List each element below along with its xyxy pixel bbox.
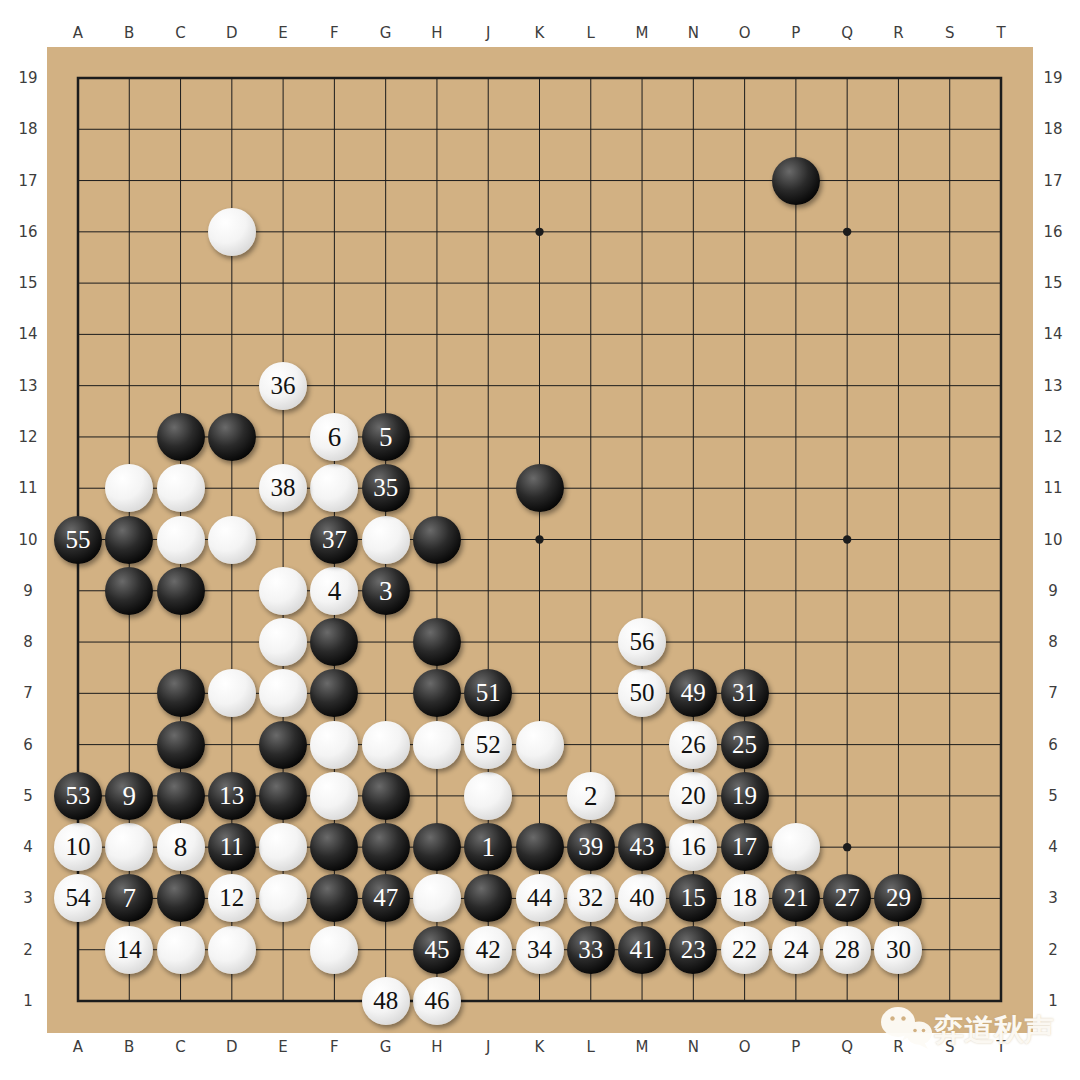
- stone-C9: [157, 567, 205, 615]
- row-label-right-8: 8: [1035, 633, 1071, 651]
- stone-D4-move-11: 11: [208, 823, 256, 871]
- move-number: 39: [567, 823, 615, 871]
- row-label-left-14: 14: [10, 325, 46, 343]
- stone-C11: [157, 464, 205, 512]
- stone-A3-move-54: 54: [54, 874, 102, 922]
- row-label-right-6: 6: [1035, 736, 1071, 754]
- stone-O5-move-19: 19: [721, 772, 769, 820]
- move-number: 54: [54, 874, 102, 922]
- stone-D10: [208, 516, 256, 564]
- move-number: 40: [618, 874, 666, 922]
- move-number: 5: [362, 413, 410, 461]
- stone-H1-move-46: 46: [413, 977, 461, 1025]
- stone-G6: [362, 721, 410, 769]
- stone-G5: [362, 772, 410, 820]
- column-label-bottom-N: N: [675, 1038, 711, 1056]
- stone-G4: [362, 823, 410, 871]
- stone-J6-move-52: 52: [464, 721, 512, 769]
- stone-F5: [310, 772, 358, 820]
- row-label-left-6: 6: [10, 736, 46, 754]
- row-label-right-16: 16: [1035, 223, 1071, 241]
- stone-D5-move-13: 13: [208, 772, 256, 820]
- move-number: 47: [362, 874, 410, 922]
- row-label-right-19: 19: [1035, 69, 1071, 87]
- move-number: 33: [567, 926, 615, 974]
- move-number: 4: [310, 567, 358, 615]
- stone-A4-move-10: 10: [54, 823, 102, 871]
- row-label-right-2: 2: [1035, 941, 1071, 959]
- move-number: 38: [259, 464, 307, 512]
- stone-A10-move-55: 55: [54, 516, 102, 564]
- column-label-bottom-C: C: [163, 1038, 199, 1056]
- stone-N7-move-49: 49: [669, 669, 717, 717]
- stone-F12-move-6: 6: [310, 413, 358, 461]
- move-number: 41: [618, 926, 666, 974]
- stone-O2-move-22: 22: [721, 926, 769, 974]
- stone-B2-move-14: 14: [105, 926, 153, 974]
- stone-B9: [105, 567, 153, 615]
- row-label-right-11: 11: [1035, 479, 1071, 497]
- row-label-left-12: 12: [10, 428, 46, 446]
- move-number: 37: [310, 516, 358, 564]
- column-label-bottom-G: G: [368, 1038, 404, 1056]
- move-number: 21: [772, 874, 820, 922]
- row-label-left-1: 1: [10, 992, 46, 1010]
- row-label-right-10: 10: [1035, 531, 1071, 549]
- column-label-top-K: K: [522, 24, 558, 42]
- column-label-bottom-M: M: [624, 1038, 660, 1056]
- move-number: 12: [208, 874, 256, 922]
- stone-J4-move-1: 1: [464, 823, 512, 871]
- stone-H7: [413, 669, 461, 717]
- row-label-left-19: 19: [10, 69, 46, 87]
- move-number: 6: [310, 413, 358, 461]
- stone-C12: [157, 413, 205, 461]
- move-number: 34: [516, 926, 564, 974]
- stone-L4-move-39: 39: [567, 823, 615, 871]
- stone-O7-move-31: 31: [721, 669, 769, 717]
- move-number: 52: [464, 721, 512, 769]
- column-label-top-P: P: [778, 24, 814, 42]
- stone-H4: [413, 823, 461, 871]
- move-number: 29: [874, 874, 922, 922]
- stone-P17: [772, 157, 820, 205]
- stone-C6: [157, 721, 205, 769]
- move-number: 50: [618, 669, 666, 717]
- row-label-right-18: 18: [1035, 120, 1071, 138]
- column-label-bottom-A: A: [60, 1038, 96, 1056]
- column-label-top-C: C: [163, 24, 199, 42]
- row-label-right-9: 9: [1035, 582, 1071, 600]
- stone-F6: [310, 721, 358, 769]
- column-label-top-J: J: [470, 24, 506, 42]
- column-label-top-A: A: [60, 24, 96, 42]
- move-number: 44: [516, 874, 564, 922]
- row-label-left-7: 7: [10, 684, 46, 702]
- column-label-bottom-L: L: [573, 1038, 609, 1056]
- stone-H6: [413, 721, 461, 769]
- row-label-left-10: 10: [10, 531, 46, 549]
- move-number: 10: [54, 823, 102, 871]
- stone-Q3-move-27: 27: [823, 874, 871, 922]
- row-label-right-13: 13: [1035, 377, 1071, 395]
- move-number: 27: [823, 874, 871, 922]
- stone-E11-move-38: 38: [259, 464, 307, 512]
- stone-H10: [413, 516, 461, 564]
- stone-K11: [516, 464, 564, 512]
- column-label-top-L: L: [573, 24, 609, 42]
- stone-L3-move-32: 32: [567, 874, 615, 922]
- stone-N5-move-20: 20: [669, 772, 717, 820]
- move-number: 7: [105, 874, 153, 922]
- move-number: 9: [105, 772, 153, 820]
- stone-L5-move-2: 2: [567, 772, 615, 820]
- move-number: 11: [208, 823, 256, 871]
- move-number: 51: [464, 669, 512, 717]
- stone-N3-move-15: 15: [669, 874, 717, 922]
- move-number: 28: [823, 926, 871, 974]
- stone-G10: [362, 516, 410, 564]
- column-label-top-F: F: [316, 24, 352, 42]
- move-number: 53: [54, 772, 102, 820]
- row-label-left-3: 3: [10, 889, 46, 907]
- column-label-top-E: E: [265, 24, 301, 42]
- column-label-top-M: M: [624, 24, 660, 42]
- move-number: 46: [413, 977, 461, 1025]
- row-label-left-2: 2: [10, 941, 46, 959]
- stone-D7: [208, 669, 256, 717]
- column-label-bottom-Q: Q: [829, 1038, 865, 1056]
- column-label-bottom-K: K: [522, 1038, 558, 1056]
- move-number: 30: [874, 926, 922, 974]
- stone-C2: [157, 926, 205, 974]
- column-label-top-O: O: [727, 24, 763, 42]
- column-label-bottom-H: H: [419, 1038, 455, 1056]
- stone-R2-move-30: 30: [874, 926, 922, 974]
- move-number: 25: [721, 721, 769, 769]
- stone-E8: [259, 618, 307, 666]
- stone-O4-move-17: 17: [721, 823, 769, 871]
- stone-Q2-move-28: 28: [823, 926, 871, 974]
- stone-O6-move-25: 25: [721, 721, 769, 769]
- stone-H8: [413, 618, 461, 666]
- move-number: 14: [105, 926, 153, 974]
- row-label-right-14: 14: [1035, 325, 1071, 343]
- stone-B3-move-7: 7: [105, 874, 153, 922]
- row-label-left-15: 15: [10, 274, 46, 292]
- column-label-bottom-D: D: [214, 1038, 250, 1056]
- row-label-right-12: 12: [1035, 428, 1071, 446]
- column-label-top-N: N: [675, 24, 711, 42]
- stone-K2-move-34: 34: [516, 926, 564, 974]
- column-label-top-Q: Q: [829, 24, 865, 42]
- page: AABBCCDDEEFFGGHHJJKKLLMMNNOOPPQQRRSSTT19…: [0, 0, 1080, 1080]
- stone-B10: [105, 516, 153, 564]
- move-number: 13: [208, 772, 256, 820]
- move-number: 16: [669, 823, 717, 871]
- stone-N6-move-26: 26: [669, 721, 717, 769]
- stone-F2: [310, 926, 358, 974]
- stone-M2-move-41: 41: [618, 926, 666, 974]
- move-number: 26: [669, 721, 717, 769]
- stone-M7-move-50: 50: [618, 669, 666, 717]
- stone-F10-move-37: 37: [310, 516, 358, 564]
- column-label-top-R: R: [880, 24, 916, 42]
- watermark: 弈道秋声: [876, 1002, 1066, 1054]
- stone-C7: [157, 669, 205, 717]
- stone-M8-move-56: 56: [618, 618, 666, 666]
- column-label-bottom-E: E: [265, 1038, 301, 1056]
- stone-N2-move-23: 23: [669, 926, 717, 974]
- stone-M3-move-40: 40: [618, 874, 666, 922]
- move-number: 18: [721, 874, 769, 922]
- move-number: 31: [721, 669, 769, 717]
- stone-E6: [259, 721, 307, 769]
- move-number: 2: [567, 772, 615, 820]
- stone-L2-move-33: 33: [567, 926, 615, 974]
- move-number: 49: [669, 669, 717, 717]
- stone-K3-move-44: 44: [516, 874, 564, 922]
- move-number: 48: [362, 977, 410, 1025]
- row-label-left-5: 5: [10, 787, 46, 805]
- row-label-left-9: 9: [10, 582, 46, 600]
- row-label-left-8: 8: [10, 633, 46, 651]
- stone-C5: [157, 772, 205, 820]
- stone-D12: [208, 413, 256, 461]
- row-label-right-7: 7: [1035, 684, 1071, 702]
- watermark-text: 弈道秋声: [934, 1010, 1054, 1051]
- stone-O3-move-18: 18: [721, 874, 769, 922]
- stone-R3-move-29: 29: [874, 874, 922, 922]
- column-label-top-H: H: [419, 24, 455, 42]
- row-label-right-4: 4: [1035, 838, 1071, 856]
- stone-G12-move-5: 5: [362, 413, 410, 461]
- column-label-top-S: S: [932, 24, 968, 42]
- row-label-left-4: 4: [10, 838, 46, 856]
- row-label-right-15: 15: [1035, 274, 1071, 292]
- row-label-left-16: 16: [10, 223, 46, 241]
- move-number: 19: [721, 772, 769, 820]
- wechat-icon: [876, 1002, 936, 1054]
- stone-D3-move-12: 12: [208, 874, 256, 922]
- stone-M4-move-43: 43: [618, 823, 666, 871]
- stone-C4-move-8: 8: [157, 823, 205, 871]
- column-label-bottom-J: J: [470, 1038, 506, 1056]
- stone-C10: [157, 516, 205, 564]
- move-number: 42: [464, 926, 512, 974]
- stone-E13-move-36: 36: [259, 362, 307, 410]
- stone-K4: [516, 823, 564, 871]
- move-number: 55: [54, 516, 102, 564]
- move-number: 56: [618, 618, 666, 666]
- row-label-right-17: 17: [1035, 172, 1071, 190]
- stone-A5-move-53: 53: [54, 772, 102, 820]
- stone-P3-move-21: 21: [772, 874, 820, 922]
- stone-E5: [259, 772, 307, 820]
- stone-G3-move-47: 47: [362, 874, 410, 922]
- move-number: 3: [362, 567, 410, 615]
- stone-K6: [516, 721, 564, 769]
- stone-J2-move-42: 42: [464, 926, 512, 974]
- column-label-bottom-B: B: [111, 1038, 147, 1056]
- move-number: 36: [259, 362, 307, 410]
- stone-G1-move-48: 48: [362, 977, 410, 1025]
- stone-H2-move-45: 45: [413, 926, 461, 974]
- column-label-top-D: D: [214, 24, 250, 42]
- stone-B5-move-9: 9: [105, 772, 153, 820]
- row-label-left-18: 18: [10, 120, 46, 138]
- move-number: 24: [772, 926, 820, 974]
- stone-P4: [772, 823, 820, 871]
- stone-C3: [157, 874, 205, 922]
- stone-P2-move-24: 24: [772, 926, 820, 974]
- column-label-top-B: B: [111, 24, 147, 42]
- row-label-left-17: 17: [10, 172, 46, 190]
- row-label-left-13: 13: [10, 377, 46, 395]
- column-label-bottom-F: F: [316, 1038, 352, 1056]
- stone-E4: [259, 823, 307, 871]
- stone-N4-move-16: 16: [669, 823, 717, 871]
- move-number: 20: [669, 772, 717, 820]
- stone-G11-move-35: 35: [362, 464, 410, 512]
- move-number: 32: [567, 874, 615, 922]
- column-label-top-T: T: [983, 24, 1019, 42]
- column-label-bottom-O: O: [727, 1038, 763, 1056]
- move-number: 22: [721, 926, 769, 974]
- move-number: 15: [669, 874, 717, 922]
- stone-E9: [259, 567, 307, 615]
- stone-D16: [208, 208, 256, 256]
- column-label-bottom-P: P: [778, 1038, 814, 1056]
- stone-F9-move-4: 4: [310, 567, 358, 615]
- move-number: 23: [669, 926, 717, 974]
- row-label-right-5: 5: [1035, 787, 1071, 805]
- stone-D2: [208, 926, 256, 974]
- move-number: 8: [157, 823, 205, 871]
- move-number: 43: [618, 823, 666, 871]
- move-number: 1: [464, 823, 512, 871]
- move-number: 17: [721, 823, 769, 871]
- stone-J5: [464, 772, 512, 820]
- stone-J7-move-51: 51: [464, 669, 512, 717]
- row-label-right-3: 3: [1035, 889, 1071, 907]
- move-number: 35: [362, 464, 410, 512]
- move-number: 45: [413, 926, 461, 974]
- stone-G9-move-3: 3: [362, 567, 410, 615]
- row-label-left-11: 11: [10, 479, 46, 497]
- column-label-top-G: G: [368, 24, 404, 42]
